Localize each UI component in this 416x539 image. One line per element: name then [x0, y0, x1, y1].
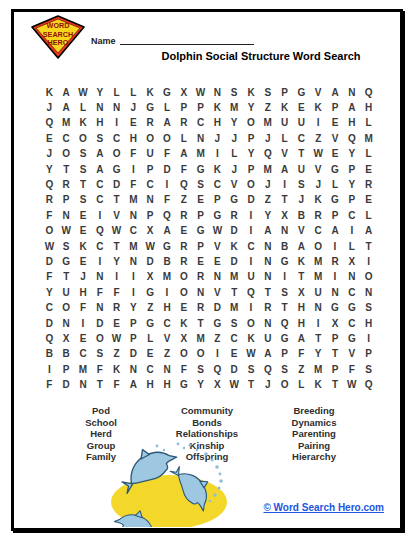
- grid-cell-r3c8: A: [159, 116, 176, 131]
- grid-cell-r7c11: C: [209, 177, 226, 192]
- grid-cell-r6c5: G: [108, 162, 125, 177]
- grid-cell-r8c8: F: [159, 193, 176, 208]
- grid-cell-r6c18: G: [327, 162, 344, 177]
- grid-cell-r14c20: N: [360, 285, 377, 300]
- grid-cell-r17c1: Q: [41, 331, 58, 346]
- grid-cell-r8c5: T: [108, 193, 125, 208]
- grid-cell-r17c14: U: [259, 331, 276, 346]
- grid-cell-r10c5: W: [108, 224, 125, 239]
- grid-cell-r15c9: E: [175, 301, 192, 316]
- grid-cell-r8c3: S: [75, 193, 92, 208]
- grid-cell-r16c10: T: [192, 316, 209, 331]
- grid-cell-r15c15: T: [276, 301, 293, 316]
- grid-cell-r9c9: R: [175, 208, 192, 223]
- grid-cell-r7c2: R: [58, 177, 75, 192]
- grid-cell-r17c17: T: [310, 331, 327, 346]
- grid-cell-r17c5: W: [108, 331, 125, 346]
- grid-cell-r7c15: I: [276, 177, 293, 192]
- grid-cell-r20c15: O: [276, 378, 293, 393]
- grid-cell-r12c17: M: [310, 254, 327, 269]
- grid-cell-r12c4: I: [91, 254, 108, 269]
- grid-cell-r11c15: B: [276, 239, 293, 254]
- grid-cell-r15c19: G: [343, 301, 360, 316]
- grid-cell-r1c5: L: [108, 85, 125, 100]
- grid-cell-r2c15: K: [276, 100, 293, 115]
- grid-cell-r9c12: R: [226, 208, 243, 223]
- grid-cell-r7c7: C: [142, 177, 159, 192]
- grid-cell-r6c14: M: [259, 162, 276, 177]
- grid-cell-r13c15: I: [276, 270, 293, 285]
- grid-cell-r7c19: Y: [343, 177, 360, 192]
- grid-cell-r13c11: N: [209, 270, 226, 285]
- grid-cell-r3c13: O: [243, 116, 260, 131]
- grid-cell-r13c16: T: [293, 270, 310, 285]
- grid-cell-r4c13: P: [243, 131, 260, 146]
- grid-cell-r12c9: R: [175, 254, 192, 269]
- grid-cell-r19c14: Q: [259, 362, 276, 377]
- word-list-item: Pod: [41, 405, 161, 417]
- dolphins-illustration: [94, 438, 242, 527]
- grid-cell-r7c3: T: [75, 177, 92, 192]
- grid-cell-r16c18: X: [327, 316, 344, 331]
- grid-cell-r9c14: Y: [259, 208, 276, 223]
- grid-cell-r18c17: Y: [310, 347, 327, 362]
- grid-cell-r4c12: J: [226, 131, 243, 146]
- grid-cell-r8c18: G: [327, 193, 344, 208]
- grid-cell-r6c10: G: [192, 162, 209, 177]
- grid-cell-r4c2: C: [58, 131, 75, 146]
- grid-cell-r7c18: L: [327, 177, 344, 192]
- grid-cell-r16c19: C: [343, 316, 360, 331]
- grid-cell-r17c7: L: [142, 331, 159, 346]
- grid-cell-r2c7: G: [142, 100, 159, 115]
- grid-cell-r20c1: F: [41, 378, 58, 393]
- grid-cell-r19c13: S: [243, 362, 260, 377]
- grid-cell-r12c5: Y: [108, 254, 125, 269]
- grid-cell-r11c4: C: [91, 239, 108, 254]
- grid-cell-r12c3: E: [75, 254, 92, 269]
- grid-cell-r19c18: P: [327, 362, 344, 377]
- grid-cell-r16c7: G: [142, 316, 159, 331]
- grid-cell-r17c13: K: [243, 331, 260, 346]
- grid-cell-r19c1: I: [41, 362, 58, 377]
- grid-cell-r2c20: H: [360, 100, 377, 115]
- grid-cell-r17c8: V: [159, 331, 176, 346]
- grid-cell-r3c5: I: [108, 116, 125, 131]
- grid-cell-r18c6: D: [125, 347, 142, 362]
- letter-grid: KAWYLLKGXWNSKSPGVANQJALNNJGLPPKMYZKEKPAH…: [41, 85, 377, 393]
- word-list-item: Breeding: [254, 405, 374, 417]
- grid-cell-r7c13: O: [243, 177, 260, 192]
- grid-cell-r17c10: M: [192, 331, 209, 346]
- grid-cell-r10c19: I: [343, 224, 360, 239]
- worksheet-page: WORD SEARCH HERO Name Dolphin Social Str…: [11, 9, 403, 531]
- grid-cell-r6c11: K: [209, 162, 226, 177]
- grid-cell-r5c3: S: [75, 147, 92, 162]
- grid-cell-r19c15: S: [276, 362, 293, 377]
- grid-cell-r19c12: D: [226, 362, 243, 377]
- grid-cell-r2c16: E: [293, 100, 310, 115]
- grid-cell-r10c8: A: [159, 224, 176, 239]
- grid-cell-r6c9: F: [175, 162, 192, 177]
- grid-cell-r4c1: E: [41, 131, 58, 146]
- grid-cell-r3c19: H: [343, 116, 360, 131]
- grid-cell-r19c3: M: [75, 362, 92, 377]
- grid-cell-r12c8: B: [159, 254, 176, 269]
- grid-cell-r2c11: K: [209, 100, 226, 115]
- grid-cell-r16c20: H: [360, 316, 377, 331]
- grid-cell-r8c19: P: [343, 193, 360, 208]
- grid-cell-r15c13: I: [243, 301, 260, 316]
- grid-cell-r11c12: K: [226, 239, 243, 254]
- grid-cell-r16c15: Q: [276, 316, 293, 331]
- grid-cell-r8c14: Z: [259, 193, 276, 208]
- grid-cell-r2c12: M: [226, 100, 243, 115]
- grid-cell-r6c12: J: [226, 162, 243, 177]
- grid-cell-r11c5: T: [108, 239, 125, 254]
- grid-cell-r14c4: F: [91, 285, 108, 300]
- grid-cell-r15c20: S: [360, 301, 377, 316]
- grid-cell-r10c17: C: [310, 224, 327, 239]
- grid-cell-r9c15: X: [276, 208, 293, 223]
- word-list-item: School: [41, 417, 161, 429]
- logo-text-hero: HERO: [48, 38, 69, 47]
- grid-cell-r13c4: N: [91, 270, 108, 285]
- grid-cell-r16c9: K: [175, 316, 192, 331]
- grid-cell-r12c16: K: [293, 254, 310, 269]
- grid-cell-r9c1: F: [41, 208, 58, 223]
- grid-cell-r18c20: P: [360, 347, 377, 362]
- grid-cell-r20c3: N: [75, 378, 92, 393]
- grid-cell-r12c14: N: [259, 254, 276, 269]
- grid-cell-r6c4: A: [91, 162, 108, 177]
- word-list-item: Dynamics: [254, 417, 374, 429]
- grid-cell-r13c19: N: [343, 270, 360, 285]
- grid-cell-r14c15: S: [276, 285, 293, 300]
- grid-cell-r17c15: G: [276, 331, 293, 346]
- grid-cell-r3c2: M: [58, 116, 75, 131]
- grid-cell-r7c8: I: [159, 177, 176, 192]
- grid-cell-r13c6: I: [125, 270, 142, 285]
- grid-cell-r9c7: P: [142, 208, 159, 223]
- grid-cell-r1c20: Q: [360, 85, 377, 100]
- grid-cell-r6c6: I: [125, 162, 142, 177]
- grid-cell-r2c3: L: [75, 100, 92, 115]
- grid-cell-r10c12: D: [226, 224, 243, 239]
- grid-cell-r1c18: A: [327, 85, 344, 100]
- grid-cell-r8c16: J: [293, 193, 310, 208]
- grid-cell-r8c1: R: [41, 193, 58, 208]
- grid-cell-r11c13: C: [243, 239, 260, 254]
- grid-cell-r4c15: L: [276, 131, 293, 146]
- grid-cell-r1c1: K: [41, 85, 58, 100]
- grid-cell-r19c17: M: [310, 362, 327, 377]
- grid-cell-r19c7: C: [142, 362, 159, 377]
- grid-cell-r11c1: W: [41, 239, 58, 254]
- grid-cell-r19c20: S: [360, 362, 377, 377]
- grid-cell-r13c1: F: [41, 270, 58, 285]
- grid-cell-r2c4: N: [91, 100, 108, 115]
- grid-cell-r20c10: Y: [192, 378, 209, 393]
- grid-cell-r7c4: C: [91, 177, 108, 192]
- grid-cell-r8c2: P: [58, 193, 75, 208]
- name-fill-in-line: [120, 26, 254, 45]
- grid-cell-r12c10: E: [192, 254, 209, 269]
- grid-cell-r17c19: G: [343, 331, 360, 346]
- grid-cell-r10c20: A: [360, 224, 377, 239]
- grid-cell-r20c14: J: [259, 378, 276, 393]
- grid-cell-r4c17: Z: [310, 131, 327, 146]
- grid-cell-r15c5: R: [108, 301, 125, 316]
- grid-cell-r5c6: F: [125, 147, 142, 162]
- grid-cell-r16c14: N: [259, 316, 276, 331]
- grid-cell-r10c15: N: [276, 224, 293, 239]
- grid-cell-r3c10: C: [192, 116, 209, 131]
- grid-cell-r16c12: S: [226, 316, 243, 331]
- grid-cell-r13c7: X: [142, 270, 159, 285]
- grid-cell-r9c5: V: [108, 208, 125, 223]
- grid-cell-r14c7: G: [142, 285, 159, 300]
- grid-cell-r2c17: K: [310, 100, 327, 115]
- grid-cell-r9c10: P: [192, 208, 209, 223]
- grid-cell-r8c15: T: [276, 193, 293, 208]
- grid-cell-r1c7: K: [142, 85, 159, 100]
- grid-cell-r10c2: W: [58, 224, 75, 239]
- grid-cell-r1c9: X: [175, 85, 192, 100]
- grid-cell-r18c14: A: [259, 347, 276, 362]
- grid-cell-r7c1: Q: [41, 177, 58, 192]
- grid-cell-r6c7: P: [142, 162, 159, 177]
- grid-cell-r13c2: T: [58, 270, 75, 285]
- grid-cell-r4c9: L: [175, 131, 192, 146]
- grid-cell-r4c14: J: [259, 131, 276, 146]
- grid-cell-r10c4: Q: [91, 224, 108, 239]
- grid-cell-r6c3: S: [75, 162, 92, 177]
- grid-cell-r7c6: F: [125, 177, 142, 192]
- word-search-hero-link[interactable]: © Word Search Hero.com: [263, 502, 384, 513]
- grid-cell-r6c2: T: [58, 162, 75, 177]
- grid-cell-r1c15: P: [276, 85, 293, 100]
- grid-cell-r13c5: I: [108, 270, 125, 285]
- grid-cell-r12c7: D: [142, 254, 159, 269]
- grid-cell-r1c19: N: [343, 85, 360, 100]
- grid-cell-r4c18: V: [327, 131, 344, 146]
- grid-cell-r10c7: X: [142, 224, 159, 239]
- grid-cell-r9c19: C: [343, 208, 360, 223]
- grid-cell-r3c3: K: [75, 116, 92, 131]
- grid-cell-r7c9: Q: [175, 177, 192, 192]
- grid-cell-r4c20: M: [360, 131, 377, 146]
- grid-cell-r1c8: G: [159, 85, 176, 100]
- grid-cell-r16c13: O: [243, 316, 260, 331]
- grid-cell-r18c16: F: [293, 347, 310, 362]
- grid-cell-r13c17: M: [310, 270, 327, 285]
- grid-cell-r17c16: A: [293, 331, 310, 346]
- grid-cell-r14c19: C: [343, 285, 360, 300]
- grid-cell-r13c13: U: [243, 270, 260, 285]
- grid-cell-r8c20: E: [360, 193, 377, 208]
- grid-cell-r11c19: L: [343, 239, 360, 254]
- grid-cell-r12c19: X: [343, 254, 360, 269]
- grid-cell-r18c7: E: [142, 347, 159, 362]
- grid-cell-r15c1: C: [41, 301, 58, 316]
- grid-cell-r1c17: V: [310, 85, 327, 100]
- grid-cell-r5c16: T: [293, 147, 310, 162]
- grid-cell-r8c7: N: [142, 193, 159, 208]
- grid-cell-r2c8: L: [159, 100, 176, 115]
- grid-cell-r5c7: U: [142, 147, 159, 162]
- grid-cell-r5c10: M: [192, 147, 209, 162]
- grid-cell-r3c12: Y: [226, 116, 243, 131]
- grid-cell-r13c12: M: [226, 270, 243, 285]
- grid-cell-r8c6: M: [125, 193, 142, 208]
- grid-cell-r14c8: I: [159, 285, 176, 300]
- grid-cell-r7c12: V: [226, 177, 243, 192]
- grid-cell-r4c10: N: [192, 131, 209, 146]
- grid-cell-r4c6: H: [125, 131, 142, 146]
- grid-cell-r15c11: D: [209, 301, 226, 316]
- grid-cell-r1c6: L: [125, 85, 142, 100]
- grid-cell-r14c5: F: [108, 285, 125, 300]
- grid-cell-r11c18: I: [327, 239, 344, 254]
- grid-cell-r20c5: F: [108, 378, 125, 393]
- grid-cell-r17c11: Z: [209, 331, 226, 346]
- grid-cell-r17c6: P: [125, 331, 142, 346]
- grid-cell-r14c12: T: [226, 285, 243, 300]
- grid-cell-r17c4: O: [91, 331, 108, 346]
- grid-cell-r10c9: E: [175, 224, 192, 239]
- grid-cell-r11c6: M: [125, 239, 142, 254]
- grid-cell-r1c16: G: [293, 85, 310, 100]
- grid-cell-r3c18: E: [327, 116, 344, 131]
- grid-cell-r3c7: R: [142, 116, 159, 131]
- grid-cell-r14c17: U: [310, 285, 327, 300]
- grid-cell-r7c17: J: [310, 177, 327, 192]
- grid-cell-r5c19: Y: [343, 147, 360, 162]
- grid-cell-r12c12: D: [226, 254, 243, 269]
- grid-cell-r1c11: N: [209, 85, 226, 100]
- grid-cell-r12c2: G: [58, 254, 75, 269]
- grid-cell-r4c4: S: [91, 131, 108, 146]
- grid-cell-r19c9: F: [175, 362, 192, 377]
- grid-cell-r9c4: I: [91, 208, 108, 223]
- grid-cell-r7c14: J: [259, 177, 276, 192]
- grid-cell-r18c9: O: [175, 347, 192, 362]
- grid-cell-r17c18: P: [327, 331, 344, 346]
- grid-cell-r13c14: N: [259, 270, 276, 285]
- grid-cell-r12c6: N: [125, 254, 142, 269]
- grid-cell-r16c2: N: [58, 316, 75, 331]
- grid-cell-r6c20: E: [360, 162, 377, 177]
- grid-cell-r13c3: J: [75, 270, 92, 285]
- grid-cell-r19c16: Z: [293, 362, 310, 377]
- grid-cell-r9c2: N: [58, 208, 75, 223]
- grid-cell-r3c6: E: [125, 116, 142, 131]
- grid-cell-r2c2: A: [58, 100, 75, 115]
- grid-cell-r15c14: R: [259, 301, 276, 316]
- grid-cell-r19c11: Q: [209, 362, 226, 377]
- grid-cell-r12c20: I: [360, 254, 377, 269]
- grid-cell-r18c8: Z: [159, 347, 176, 362]
- grid-cell-r9c18: P: [327, 208, 344, 223]
- grid-cell-r2c9: P: [175, 100, 192, 115]
- word-list-item: Community: [147, 405, 267, 417]
- grid-cell-r2c1: J: [41, 100, 58, 115]
- grid-cell-r9c20: L: [360, 208, 377, 223]
- grid-cell-r11c2: S: [58, 239, 75, 254]
- grid-cell-r6c8: D: [159, 162, 176, 177]
- grid-cell-r7c20: R: [360, 177, 377, 192]
- grid-cell-r4c11: J: [209, 131, 226, 146]
- grid-cell-r17c2: X: [58, 331, 75, 346]
- grid-cell-r3c15: U: [276, 116, 293, 131]
- grid-cell-r20c9: G: [175, 378, 192, 393]
- grid-cell-r14c1: Y: [41, 285, 58, 300]
- word-list-item: Pairing: [254, 440, 374, 452]
- grid-cell-r5c18: E: [327, 147, 344, 162]
- grid-cell-r14c18: N: [327, 285, 344, 300]
- grid-cell-r18c19: V: [343, 347, 360, 362]
- grid-cell-r2c14: Z: [259, 100, 276, 115]
- grid-cell-r8c10: E: [192, 193, 209, 208]
- grid-cell-r20c8: H: [159, 378, 176, 393]
- grid-cell-r17c20: I: [360, 331, 377, 346]
- grid-cell-r15c3: F: [75, 301, 92, 316]
- grid-cell-r5c1: J: [41, 147, 58, 162]
- grid-cell-r17c12: C: [226, 331, 243, 346]
- grid-cell-r1c10: W: [192, 85, 209, 100]
- grid-cell-r17c9: X: [175, 331, 192, 346]
- grid-cell-r18c11: I: [209, 347, 226, 362]
- grid-cell-r14c16: X: [293, 285, 310, 300]
- grid-cell-r3c11: H: [209, 116, 226, 131]
- grid-cell-r10c16: V: [293, 224, 310, 239]
- grid-cell-r20c17: K: [310, 378, 327, 393]
- grid-cell-r15c18: G: [327, 301, 344, 316]
- word-search-hero-logo: WORD SEARCH HERO: [30, 15, 86, 59]
- grid-cell-r18c1: B: [41, 347, 58, 362]
- grid-cell-r1c13: K: [243, 85, 260, 100]
- grid-cell-r19c8: N: [159, 362, 176, 377]
- grid-cell-r10c13: I: [243, 224, 260, 239]
- grid-cell-r8c9: Z: [175, 193, 192, 208]
- grid-cell-r12c11: E: [209, 254, 226, 269]
- grid-cell-r7c16: S: [293, 177, 310, 192]
- grid-cell-r8c12: G: [226, 193, 243, 208]
- grid-cell-r10c11: W: [209, 224, 226, 239]
- grid-cell-r11c11: V: [209, 239, 226, 254]
- grid-cell-r11c10: P: [192, 239, 209, 254]
- grid-cell-r20c13: T: [243, 378, 260, 393]
- grid-cell-r1c3: W: [75, 85, 92, 100]
- grid-cell-r5c12: L: [226, 147, 243, 162]
- grid-cell-r5c4: A: [91, 147, 108, 162]
- grid-cell-r20c11: X: [209, 378, 226, 393]
- grid-cell-r16c11: G: [209, 316, 226, 331]
- grid-cell-r6c15: A: [276, 162, 293, 177]
- grid-cell-r10c10: G: [192, 224, 209, 239]
- grid-cell-r13c18: I: [327, 270, 344, 285]
- grid-cell-r11c9: R: [175, 239, 192, 254]
- grid-cell-r1c14: S: [259, 85, 276, 100]
- grid-cell-r19c5: K: [108, 362, 125, 377]
- grid-cell-r14c10: N: [192, 285, 209, 300]
- grid-cell-r5c17: W: [310, 147, 327, 162]
- grid-cell-r15c16: H: [293, 301, 310, 316]
- grid-cell-r9c13: I: [243, 208, 260, 223]
- grid-cell-r3c4: H: [91, 116, 108, 131]
- grid-cell-r19c19: F: [343, 362, 360, 377]
